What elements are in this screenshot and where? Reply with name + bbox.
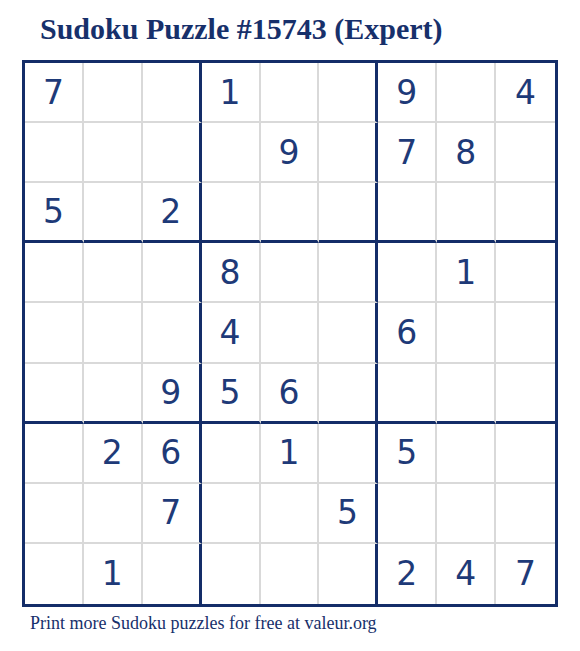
cell-r6c1	[25, 364, 84, 424]
cell-r3c1: 5	[25, 183, 84, 243]
cell-r9c5	[261, 544, 320, 604]
cell-r8c7	[378, 484, 437, 544]
cell-r9c8: 4	[437, 544, 496, 604]
cell-r1c8	[437, 63, 496, 123]
cell-r1c4: 1	[202, 63, 261, 123]
cell-r2c2	[84, 123, 143, 183]
cell-r7c1	[25, 424, 84, 484]
cell-r2c6	[319, 123, 378, 183]
cell-r5c6	[319, 303, 378, 363]
cell-r1c2	[84, 63, 143, 123]
cell-r6c3: 9	[143, 364, 202, 424]
cell-r4c4: 8	[202, 243, 261, 303]
cell-r4c8: 1	[437, 243, 496, 303]
cell-r2c3	[143, 123, 202, 183]
cell-r8c1	[25, 484, 84, 544]
cell-r5c1	[25, 303, 84, 363]
sudoku-board: 71949785281469562615751247	[22, 60, 558, 607]
cell-r1c9: 4	[496, 63, 555, 123]
cell-r6c7	[378, 364, 437, 424]
cell-r8c8	[437, 484, 496, 544]
cell-r7c4	[202, 424, 261, 484]
cell-r2c1	[25, 123, 84, 183]
cell-r3c4	[202, 183, 261, 243]
cell-r1c1: 7	[25, 63, 84, 123]
cell-r2c8: 8	[437, 123, 496, 183]
cell-r7c7: 5	[378, 424, 437, 484]
cell-r4c7	[378, 243, 437, 303]
cell-r2c5: 9	[261, 123, 320, 183]
cell-r9c3	[143, 544, 202, 604]
cell-r1c6	[319, 63, 378, 123]
cell-r5c3	[143, 303, 202, 363]
cell-r8c9	[496, 484, 555, 544]
cell-r5c7: 6	[378, 303, 437, 363]
cell-r3c9	[496, 183, 555, 243]
cell-r9c4	[202, 544, 261, 604]
cell-r6c6	[319, 364, 378, 424]
cell-r3c3: 2	[143, 183, 202, 243]
cell-r6c4: 5	[202, 364, 261, 424]
cell-r7c8	[437, 424, 496, 484]
cell-r4c5	[261, 243, 320, 303]
cell-r8c5	[261, 484, 320, 544]
cell-r3c6	[319, 183, 378, 243]
cell-r5c9	[496, 303, 555, 363]
cell-r7c2: 2	[84, 424, 143, 484]
cell-r1c7: 9	[378, 63, 437, 123]
cell-r2c9	[496, 123, 555, 183]
cell-r5c4: 4	[202, 303, 261, 363]
cell-r4c3	[143, 243, 202, 303]
cell-r1c3	[143, 63, 202, 123]
cell-r2c7: 7	[378, 123, 437, 183]
cell-r3c5	[261, 183, 320, 243]
cell-r5c5	[261, 303, 320, 363]
page-title: Sudoku Puzzle #15743 (Expert)	[40, 12, 443, 46]
cell-r7c9	[496, 424, 555, 484]
cell-r2c4	[202, 123, 261, 183]
cell-r4c1	[25, 243, 84, 303]
cell-r4c2	[84, 243, 143, 303]
cell-r9c6	[319, 544, 378, 604]
cell-r8c4	[202, 484, 261, 544]
cell-r6c8	[437, 364, 496, 424]
cell-r8c6: 5	[319, 484, 378, 544]
cell-r7c3: 6	[143, 424, 202, 484]
cell-r5c8	[437, 303, 496, 363]
cell-r9c9: 7	[496, 544, 555, 604]
cell-r8c2	[84, 484, 143, 544]
cell-r5c2	[84, 303, 143, 363]
cell-r9c7: 2	[378, 544, 437, 604]
cell-r1c5	[261, 63, 320, 123]
cell-r6c5: 6	[261, 364, 320, 424]
cell-r9c2: 1	[84, 544, 143, 604]
cell-r3c7	[378, 183, 437, 243]
page: Sudoku Puzzle #15743 (Expert) 7194978528…	[0, 0, 580, 651]
cell-r3c2	[84, 183, 143, 243]
cell-r8c3: 7	[143, 484, 202, 544]
cell-r7c5: 1	[261, 424, 320, 484]
cell-r3c8	[437, 183, 496, 243]
cell-r4c6	[319, 243, 378, 303]
cell-r9c1	[25, 544, 84, 604]
footer-text: Print more Sudoku puzzles for free at va…	[30, 613, 377, 634]
cell-r4c9	[496, 243, 555, 303]
cell-r6c2	[84, 364, 143, 424]
cell-r7c6	[319, 424, 378, 484]
cell-r6c9	[496, 364, 555, 424]
